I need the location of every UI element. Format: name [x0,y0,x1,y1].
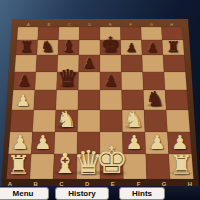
black-queen-c5[interactable]: ♛ [57,67,78,90]
square-b3[interactable] [33,110,56,132]
square-d5[interactable] [78,72,100,90]
white-knight-c3[interactable]: ♞ [56,108,76,131]
square-g6[interactable] [142,55,164,72]
white-pawn-a4[interactable]: ♟ [16,92,30,108]
square-d7[interactable] [79,40,100,55]
white-rook-a1[interactable]: ♜ [7,152,30,178]
hints-button[interactable]: Hints [119,187,165,200]
black-rook-a7[interactable]: ♜ [20,39,34,54]
square-b5[interactable] [35,72,57,90]
square-d8[interactable] [79,27,100,40]
square-g1[interactable] [146,154,170,179]
black-knight-g4[interactable]: ♞ [146,88,165,109]
menu-button[interactable]: Menu [0,187,49,200]
file-label-top-h: H [170,22,173,27]
white-rook-h1[interactable]: ♜ [170,152,193,178]
square-b6[interactable] [36,55,58,72]
file-label-top-d: D [88,22,91,27]
file-label-top-g: G [150,22,153,27]
square-b1[interactable] [30,154,54,179]
square-f5[interactable] [121,72,143,90]
square-e3[interactable] [100,110,122,132]
file-label-top-b: B [47,22,50,27]
history-button[interactable]: History [55,187,109,200]
square-d4[interactable] [78,90,100,110]
square-h3[interactable] [166,110,190,132]
file-label-top-c: C [68,22,71,27]
white-king-e1[interactable]: ♚ [95,142,128,179]
square-g8[interactable] [141,27,162,40]
square-h4[interactable] [165,90,188,110]
white-pawn-b2[interactable]: ♟ [34,133,51,152]
black-pawn-g7[interactable]: ♟ [147,42,158,54]
square-h5[interactable] [164,72,187,90]
square-e4[interactable] [100,90,122,110]
black-king-e7[interactable]: ♚ [101,34,120,56]
toolbar: Menu History Hints [0,186,200,200]
square-a6[interactable] [15,55,37,72]
black-rook-h7[interactable]: ♜ [167,39,181,54]
black-pawn-f7[interactable]: ♟ [126,42,137,54]
square-d3[interactable] [78,110,100,132]
square-b4[interactable] [34,90,57,110]
black-knight-b7[interactable]: ♞ [41,39,55,55]
square-h6[interactable] [163,55,185,72]
black-pawn-a5[interactable]: ♟ [18,74,31,89]
white-pawn-g2[interactable]: ♟ [148,133,165,152]
square-f8[interactable] [121,27,142,40]
square-g3[interactable] [144,110,167,132]
square-f6[interactable] [121,55,143,72]
file-label-top-a: A [27,22,30,27]
black-bishop-c7[interactable]: ♝ [61,38,76,54]
white-knight-f3[interactable]: ♞ [123,108,143,131]
square-a3[interactable] [10,110,34,132]
chess-app-window: AABBCCDDEEFFGGHH ♜♞♝♚♟♟♜♟♟♛♟♞♟♞♞♟♟♟♟♟♜♝♛… [0,0,200,200]
black-pawn-e5[interactable]: ♟ [104,74,117,89]
square-e6[interactable] [100,55,121,72]
file-label-top-e: E [109,22,112,27]
black-pawn-d6[interactable]: ♟ [83,57,95,70]
